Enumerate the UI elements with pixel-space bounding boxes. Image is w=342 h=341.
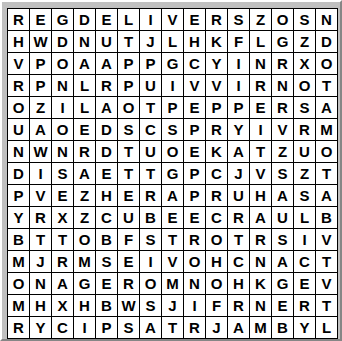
grid-cell[interactable]: Y <box>206 53 227 74</box>
grid-cell[interactable]: V <box>162 9 183 30</box>
grid-cell[interactable]: G <box>162 163 183 184</box>
grid-cell[interactable]: T <box>118 141 139 162</box>
grid-cell[interactable]: Z <box>74 185 95 206</box>
grid-cell[interactable]: T <box>118 31 139 52</box>
grid-cell[interactable]: P <box>30 75 51 96</box>
grid-cell[interactable]: N <box>184 273 205 294</box>
grid-cell[interactable]: E <box>96 163 117 184</box>
grid-cell[interactable]: O <box>8 97 29 118</box>
grid-cell[interactable]: Y <box>8 207 29 228</box>
grid-cell[interactable]: P <box>96 317 117 338</box>
grid-cell[interactable]: O <box>316 53 337 74</box>
grid-cell[interactable]: H <box>250 185 271 206</box>
grid-cell[interactable]: M <box>8 295 29 316</box>
grid-cell[interactable]: N <box>250 53 271 74</box>
grid-cell[interactable]: K <box>206 31 227 52</box>
grid-cell[interactable]: J <box>228 163 249 184</box>
grid-cell[interactable]: A <box>228 141 249 162</box>
grid-cell[interactable]: O <box>272 9 293 30</box>
grid-cell[interactable]: S <box>294 9 315 30</box>
grid-cell[interactable]: Z <box>30 97 51 118</box>
grid-cell[interactable]: O <box>74 229 95 250</box>
grid-cell[interactable]: S <box>52 163 73 184</box>
grid-cell[interactable]: H <box>96 185 117 206</box>
grid-cell[interactable]: N <box>8 141 29 162</box>
grid-cell[interactable]: I <box>74 317 95 338</box>
grid-cell[interactable]: A <box>272 185 293 206</box>
grid-cell[interactable]: M <box>316 119 337 140</box>
grid-cell[interactable]: R <box>250 75 271 96</box>
grid-cell[interactable]: V <box>206 75 227 96</box>
grid-cell[interactable]: O <box>52 53 73 74</box>
grid-cell[interactable]: Y <box>30 317 51 338</box>
grid-cell[interactable]: H <box>206 251 227 272</box>
grid-cell[interactable]: R <box>272 53 293 74</box>
grid-cell[interactable]: R <box>294 295 315 316</box>
grid-cell[interactable]: A <box>228 317 249 338</box>
grid-cell[interactable]: R <box>206 119 227 140</box>
grid-cell[interactable]: A <box>316 97 337 118</box>
grid-cell[interactable]: H <box>74 295 95 316</box>
grid-cell[interactable]: D <box>316 31 337 52</box>
grid-cell[interactable]: E <box>272 295 293 316</box>
grid-cell[interactable]: Z <box>74 207 95 228</box>
grid-cell[interactable]: G <box>52 9 73 30</box>
grid-cell[interactable]: M <box>8 251 29 272</box>
grid-cell[interactable]: E <box>294 273 315 294</box>
grid-cell[interactable]: E <box>96 273 117 294</box>
grid-cell[interactable]: P <box>184 163 205 184</box>
grid-cell[interactable]: N <box>250 251 271 272</box>
grid-cell[interactable]: R <box>206 185 227 206</box>
grid-cell[interactable]: U <box>96 31 117 52</box>
grid-cell[interactable]: R <box>8 75 29 96</box>
grid-cell[interactable]: I <box>30 163 51 184</box>
grid-cell[interactable]: E <box>96 9 117 30</box>
grid-cell[interactable]: E <box>184 97 205 118</box>
grid-cell[interactable]: V <box>250 163 271 184</box>
grid-cell[interactable]: T <box>228 229 249 250</box>
grid-cell[interactable]: V <box>8 53 29 74</box>
grid-cell[interactable]: V <box>184 75 205 96</box>
grid-cell[interactable]: T <box>52 229 73 250</box>
grid-cell[interactable]: J <box>140 31 161 52</box>
grid-cell[interactable]: P <box>140 53 161 74</box>
grid-cell[interactable]: R <box>118 273 139 294</box>
grid-cell[interactable]: H <box>228 273 249 294</box>
grid-cell[interactable]: H <box>30 295 51 316</box>
grid-cell[interactable]: R <box>294 119 315 140</box>
grid-cell[interactable]: P <box>184 185 205 206</box>
grid-cell[interactable]: L <box>74 75 95 96</box>
grid-cell[interactable]: C <box>206 207 227 228</box>
grid-cell[interactable]: U <box>228 185 249 206</box>
grid-cell[interactable]: J <box>30 251 51 272</box>
grid-cell[interactable]: R <box>8 9 29 30</box>
grid-cell[interactable]: T <box>140 163 161 184</box>
grid-cell[interactable]: S <box>118 317 139 338</box>
grid-cell[interactable]: U <box>8 119 29 140</box>
grid-cell[interactable]: O <box>118 97 139 118</box>
grid-cell[interactable]: P <box>8 185 29 206</box>
grid-cell[interactable]: E <box>162 207 183 228</box>
grid-cell[interactable]: I <box>184 295 205 316</box>
grid-cell[interactable]: C <box>184 53 205 74</box>
grid-cell[interactable]: N <box>74 31 95 52</box>
grid-cell[interactable]: O <box>52 119 73 140</box>
grid-cell[interactable]: O <box>294 75 315 96</box>
grid-cell[interactable]: Z <box>250 9 271 30</box>
grid-cell[interactable]: E <box>184 207 205 228</box>
grid-cell[interactable]: Z <box>272 141 293 162</box>
grid-cell[interactable]: T <box>316 75 337 96</box>
grid-cell[interactable]: A <box>140 317 161 338</box>
grid-cell[interactable]: M <box>74 251 95 272</box>
grid-cell[interactable]: M <box>162 273 183 294</box>
grid-cell[interactable]: W <box>30 31 51 52</box>
grid-cell[interactable]: R <box>140 185 161 206</box>
grid-cell[interactable]: B <box>96 229 117 250</box>
puzzle-panel: REGDELIVERSZOSNHWDNUTJLHKFLGZDVPOAAPPGCY… <box>0 0 342 341</box>
word-search-grid: REGDELIVERSZOSNHWDNUTJLHKFLGZDVPOAAPPGCY… <box>7 8 338 339</box>
grid-cell[interactable]: K <box>250 273 271 294</box>
grid-cell[interactable]: A <box>272 251 293 272</box>
grid-cell[interactable]: A <box>250 207 271 228</box>
grid-cell[interactable]: F <box>206 295 227 316</box>
grid-cell[interactable]: D <box>96 141 117 162</box>
grid-cell[interactable]: J <box>206 317 227 338</box>
grid-cell[interactable]: R <box>250 229 271 250</box>
grid-cell[interactable]: L <box>74 97 95 118</box>
grid-cell[interactable]: E <box>74 119 95 140</box>
grid-cell[interactable]: N <box>52 75 73 96</box>
grid-cell[interactable]: E <box>184 9 205 30</box>
grid-cell[interactable]: N <box>272 75 293 96</box>
grid-cell[interactable]: D <box>8 163 29 184</box>
grid-cell[interactable]: E <box>184 141 205 162</box>
grid-cell[interactable]: E <box>250 97 271 118</box>
grid-cell[interactable]: O <box>206 273 227 294</box>
grid-cell[interactable]: S <box>140 295 161 316</box>
grid-cell[interactable]: H <box>184 31 205 52</box>
grid-cell[interactable]: C <box>52 317 73 338</box>
grid-cell[interactable]: I <box>162 75 183 96</box>
grid-cell[interactable]: X <box>52 207 73 228</box>
grid-cell[interactable]: F <box>228 31 249 52</box>
grid-cell[interactable]: R <box>30 207 51 228</box>
grid-cell[interactable]: C <box>206 163 227 184</box>
grid-cell[interactable]: P <box>228 97 249 118</box>
grid-cell[interactable]: C <box>294 251 315 272</box>
grid-cell[interactable]: P <box>118 75 139 96</box>
grid-cell[interactable]: G <box>272 273 293 294</box>
grid-cell[interactable]: C <box>228 251 249 272</box>
grid-cell[interactable]: O <box>184 251 205 272</box>
grid-cell[interactable]: T <box>316 163 337 184</box>
grid-cell[interactable]: I <box>140 9 161 30</box>
grid-cell[interactable]: C <box>140 119 161 140</box>
grid-cell[interactable]: T <box>162 317 183 338</box>
grid-cell[interactable]: Z <box>294 31 315 52</box>
grid-cell[interactable]: U <box>294 141 315 162</box>
grid-cell[interactable]: S <box>294 185 315 206</box>
grid-cell[interactable]: R <box>8 317 29 338</box>
grid-cell[interactable]: A <box>96 53 117 74</box>
grid-cell[interactable]: P <box>162 97 183 118</box>
grid-cell[interactable]: U <box>140 75 161 96</box>
grid-cell[interactable]: D <box>52 31 73 52</box>
grid-cell[interactable]: B <box>272 317 293 338</box>
grid-cell[interactable]: S <box>140 229 161 250</box>
grid-cell[interactable]: O <box>140 273 161 294</box>
grid-cell[interactable]: S <box>272 163 293 184</box>
grid-cell[interactable]: B <box>8 229 29 250</box>
grid-cell[interactable]: A <box>96 97 117 118</box>
grid-cell[interactable]: G <box>162 53 183 74</box>
grid-cell[interactable]: N <box>52 141 73 162</box>
grid-cell[interactable]: Y <box>294 317 315 338</box>
grid-cell[interactable]: B <box>316 207 337 228</box>
grid-cell[interactable]: P <box>118 53 139 74</box>
grid-cell[interactable]: G <box>272 31 293 52</box>
grid-cell[interactable]: R <box>272 97 293 118</box>
grid-cell[interactable]: I <box>294 229 315 250</box>
grid-cell[interactable]: L <box>316 317 337 338</box>
grid-cell[interactable]: E <box>118 251 139 272</box>
grid-cell[interactable]: I <box>52 97 73 118</box>
grid-cell[interactable]: L <box>162 31 183 52</box>
grid-cell[interactable]: L <box>294 207 315 228</box>
grid-cell[interactable]: P <box>30 53 51 74</box>
grid-cell[interactable]: R <box>228 207 249 228</box>
grid-cell[interactable]: N <box>316 9 337 30</box>
grid-cell[interactable]: R <box>228 295 249 316</box>
grid-cell[interactable]: E <box>52 185 73 206</box>
grid-cell[interactable]: A <box>52 273 73 294</box>
grid-cell[interactable]: V <box>162 251 183 272</box>
grid-cell[interactable]: I <box>250 119 271 140</box>
grid-cell[interactable]: B <box>140 207 161 228</box>
grid-cell[interactable]: F <box>118 229 139 250</box>
grid-cell[interactable]: I <box>228 75 249 96</box>
grid-cell[interactable]: A <box>162 185 183 206</box>
grid-cell[interactable]: T <box>316 251 337 272</box>
grid-cell[interactable]: S <box>118 119 139 140</box>
grid-cell[interactable]: S <box>272 229 293 250</box>
grid-cell[interactable]: R <box>74 141 95 162</box>
grid-cell[interactable]: X <box>294 53 315 74</box>
grid-cell[interactable]: S <box>294 97 315 118</box>
grid-cell[interactable]: H <box>8 31 29 52</box>
grid-cell[interactable]: R <box>96 75 117 96</box>
grid-cell[interactable]: R <box>184 317 205 338</box>
grid-cell[interactable]: T <box>140 97 161 118</box>
grid-cell[interactable]: V <box>30 185 51 206</box>
grid-cell[interactable]: P <box>206 97 227 118</box>
grid-cell[interactable]: A <box>316 185 337 206</box>
grid-cell[interactable]: N <box>30 273 51 294</box>
grid-cell[interactable]: R <box>206 9 227 30</box>
grid-cell[interactable]: G <box>74 273 95 294</box>
grid-cell[interactable]: A <box>74 53 95 74</box>
grid-cell[interactable]: I <box>140 251 161 272</box>
grid-cell[interactable]: W <box>118 295 139 316</box>
grid-cell[interactable]: T <box>30 229 51 250</box>
grid-cell[interactable]: Y <box>228 119 249 140</box>
grid-cell[interactable]: S <box>96 251 117 272</box>
grid-cell[interactable]: W <box>30 141 51 162</box>
grid-cell[interactable]: V <box>316 229 337 250</box>
grid-cell[interactable]: L <box>118 9 139 30</box>
grid-cell[interactable]: A <box>30 119 51 140</box>
grid-cell[interactable]: V <box>272 119 293 140</box>
grid-cell[interactable]: O <box>206 229 227 250</box>
grid-cell[interactable]: I <box>228 53 249 74</box>
grid-cell[interactable]: V <box>316 273 337 294</box>
grid-cell[interactable]: L <box>250 31 271 52</box>
grid-cell[interactable]: D <box>74 9 95 30</box>
grid-cell[interactable]: C <box>96 207 117 228</box>
grid-cell[interactable]: O <box>162 141 183 162</box>
grid-cell[interactable]: M <box>250 317 271 338</box>
grid-cell[interactable]: T <box>250 141 271 162</box>
grid-cell[interactable]: K <box>206 141 227 162</box>
grid-cell[interactable]: A <box>74 163 95 184</box>
grid-cell[interactable]: R <box>184 229 205 250</box>
grid-cell[interactable]: S <box>162 119 183 140</box>
grid-cell[interactable]: U <box>118 207 139 228</box>
grid-cell[interactable]: Z <box>294 163 315 184</box>
grid-cell[interactable]: U <box>140 141 161 162</box>
grid-cell[interactable]: O <box>8 273 29 294</box>
grid-cell[interactable]: P <box>184 119 205 140</box>
grid-cell[interactable]: T <box>316 295 337 316</box>
grid-cell[interactable]: T <box>162 229 183 250</box>
grid-cell[interactable]: S <box>228 9 249 30</box>
grid-cell[interactable]: E <box>118 185 139 206</box>
grid-cell[interactable]: B <box>96 295 117 316</box>
grid-cell[interactable]: X <box>52 295 73 316</box>
grid-cell[interactable]: R <box>52 251 73 272</box>
grid-cell[interactable]: J <box>162 295 183 316</box>
grid-cell[interactable]: E <box>30 9 51 30</box>
grid-cell[interactable]: N <box>250 295 271 316</box>
grid-cell[interactable]: O <box>316 141 337 162</box>
grid-cell[interactable]: T <box>118 163 139 184</box>
grid-cell[interactable]: U <box>272 207 293 228</box>
grid-cell[interactable]: D <box>96 119 117 140</box>
